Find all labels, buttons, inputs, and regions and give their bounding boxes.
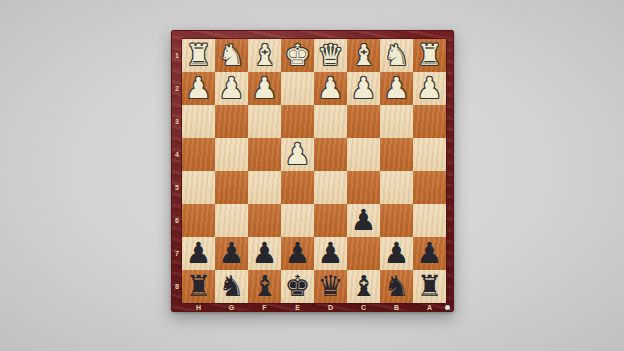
piece-black-pawn[interactable]: ♟: [384, 237, 410, 270]
piece-black-pawn[interactable]: ♟: [285, 237, 311, 270]
file-label-a: A: [413, 303, 446, 313]
square-e5[interactable]: [281, 171, 314, 204]
square-c4[interactable]: [347, 138, 380, 171]
square-b4[interactable]: [380, 138, 413, 171]
piece-black-pawn[interactable]: ♟: [318, 237, 344, 270]
square-g5[interactable]: [215, 171, 248, 204]
square-a2[interactable]: ♟: [413, 72, 446, 105]
square-g8[interactable]: ♞: [215, 270, 248, 303]
square-d7[interactable]: ♟: [314, 237, 347, 270]
piece-black-queen[interactable]: ♛: [318, 270, 344, 303]
piece-white-king[interactable]: ♚: [285, 39, 311, 72]
piece-white-queen[interactable]: ♛: [318, 39, 344, 72]
rank-label-7: 7: [172, 237, 182, 270]
piece-black-rook[interactable]: ♜: [186, 270, 212, 303]
square-a3[interactable]: [413, 105, 446, 138]
square-f5[interactable]: [248, 171, 281, 204]
square-a7[interactable]: ♟: [413, 237, 446, 270]
side-to-move-indicator: [445, 305, 450, 310]
square-e3[interactable]: [281, 105, 314, 138]
square-c5[interactable]: [347, 171, 380, 204]
piece-black-pawn[interactable]: ♟: [186, 237, 212, 270]
square-f3[interactable]: [248, 105, 281, 138]
square-d5[interactable]: [314, 171, 347, 204]
square-g3[interactable]: [215, 105, 248, 138]
square-h5[interactable]: [182, 171, 215, 204]
square-h3[interactable]: [182, 105, 215, 138]
piece-white-knight[interactable]: ♞: [384, 39, 410, 72]
square-c3[interactable]: [347, 105, 380, 138]
square-c7[interactable]: [347, 237, 380, 270]
square-b3[interactable]: [380, 105, 413, 138]
square-c6[interactable]: ♟: [347, 204, 380, 237]
piece-black-king[interactable]: ♚: [285, 270, 311, 303]
square-g4[interactable]: [215, 138, 248, 171]
piece-white-pawn[interactable]: ♟: [252, 72, 278, 105]
square-h6[interactable]: [182, 204, 215, 237]
square-b2[interactable]: ♟: [380, 72, 413, 105]
piece-white-pawn[interactable]: ♟: [318, 72, 344, 105]
piece-white-pawn[interactable]: ♟: [384, 72, 410, 105]
square-c2[interactable]: ♟: [347, 72, 380, 105]
piece-black-pawn[interactable]: ♟: [219, 237, 245, 270]
square-h1[interactable]: ♜: [182, 39, 215, 72]
piece-black-rook[interactable]: ♜: [417, 270, 443, 303]
square-d6[interactable]: [314, 204, 347, 237]
square-e2[interactable]: [281, 72, 314, 105]
rank-label-6: 6: [172, 204, 182, 237]
square-d2[interactable]: ♟: [314, 72, 347, 105]
square-g1[interactable]: ♞: [215, 39, 248, 72]
piece-white-pawn[interactable]: ♟: [417, 72, 443, 105]
square-f6[interactable]: [248, 204, 281, 237]
square-d4[interactable]: [314, 138, 347, 171]
rank-label-4: 4: [172, 138, 182, 171]
piece-white-rook[interactable]: ♜: [417, 39, 443, 72]
square-h4[interactable]: [182, 138, 215, 171]
piece-black-pawn[interactable]: ♟: [351, 204, 377, 237]
file-label-h: H: [182, 303, 215, 313]
piece-white-pawn[interactable]: ♟: [186, 72, 212, 105]
piece-black-pawn[interactable]: ♟: [252, 237, 278, 270]
square-d8[interactable]: ♛: [314, 270, 347, 303]
square-e8[interactable]: ♚: [281, 270, 314, 303]
piece-white-pawn[interactable]: ♟: [219, 72, 245, 105]
piece-white-rook[interactable]: ♜: [186, 39, 212, 72]
square-e4[interactable]: ♟: [281, 138, 314, 171]
square-h7[interactable]: ♟: [182, 237, 215, 270]
square-d3[interactable]: [314, 105, 347, 138]
rank-label-2: 2: [172, 72, 182, 105]
piece-white-pawn[interactable]: ♟: [351, 72, 377, 105]
square-e6[interactable]: [281, 204, 314, 237]
piece-white-knight[interactable]: ♞: [219, 39, 245, 72]
square-e1[interactable]: ♚: [281, 39, 314, 72]
file-label-c: C: [347, 303, 380, 313]
square-b1[interactable]: ♞: [380, 39, 413, 72]
chess-board-frame: ♜♞♝♚♛♝♞♜♟♟♟♟♟♟♟♟♟♟♟♟♟♟♟♟♜♞♝♚♛♝♞♜ 1234567…: [171, 30, 454, 312]
piece-white-pawn[interactable]: ♟: [285, 138, 311, 171]
page-background: ♜♞♝♚♛♝♞♜♟♟♟♟♟♟♟♟♟♟♟♟♟♟♟♟♜♞♝♚♛♝♞♜ 1234567…: [0, 0, 624, 351]
square-b6[interactable]: [380, 204, 413, 237]
square-b7[interactable]: ♟: [380, 237, 413, 270]
square-a6[interactable]: [413, 204, 446, 237]
file-label-b: B: [380, 303, 413, 313]
square-f2[interactable]: ♟: [248, 72, 281, 105]
square-g7[interactable]: ♟: [215, 237, 248, 270]
file-label-f: F: [248, 303, 281, 313]
piece-black-pawn[interactable]: ♟: [417, 237, 443, 270]
file-label-g: G: [215, 303, 248, 313]
file-label-d: D: [314, 303, 347, 313]
square-a8[interactable]: ♜: [413, 270, 446, 303]
square-b8[interactable]: ♞: [380, 270, 413, 303]
file-label-e: E: [281, 303, 314, 313]
square-a4[interactable]: [413, 138, 446, 171]
square-b5[interactable]: [380, 171, 413, 204]
rank-label-8: 8: [172, 270, 182, 303]
square-f1[interactable]: ♝: [248, 39, 281, 72]
square-a5[interactable]: [413, 171, 446, 204]
square-h2[interactable]: ♟: [182, 72, 215, 105]
piece-black-knight[interactable]: ♞: [219, 270, 245, 303]
square-h8[interactable]: ♜: [182, 270, 215, 303]
square-a1[interactable]: ♜: [413, 39, 446, 72]
square-d1[interactable]: ♛: [314, 39, 347, 72]
square-g2[interactable]: ♟: [215, 72, 248, 105]
rank-label-1: 1: [172, 39, 182, 72]
square-g6[interactable]: [215, 204, 248, 237]
rank-label-3: 3: [172, 105, 182, 138]
rank-label-5: 5: [172, 171, 182, 204]
piece-black-knight[interactable]: ♞: [384, 270, 410, 303]
square-f4[interactable]: [248, 138, 281, 171]
board-squares: ♜♞♝♚♛♝♞♜♟♟♟♟♟♟♟♟♟♟♟♟♟♟♟♟♜♞♝♚♛♝♞♜: [182, 39, 446, 303]
square-f7[interactable]: ♟: [248, 237, 281, 270]
square-c8[interactable]: ♝: [347, 270, 380, 303]
piece-black-bishop[interactable]: ♝: [252, 270, 278, 303]
piece-white-bishop[interactable]: ♝: [351, 39, 377, 72]
square-f8[interactable]: ♝: [248, 270, 281, 303]
square-e7[interactable]: ♟: [281, 237, 314, 270]
piece-white-bishop[interactable]: ♝: [252, 39, 278, 72]
square-c1[interactable]: ♝: [347, 39, 380, 72]
piece-black-bishop[interactable]: ♝: [351, 270, 377, 303]
